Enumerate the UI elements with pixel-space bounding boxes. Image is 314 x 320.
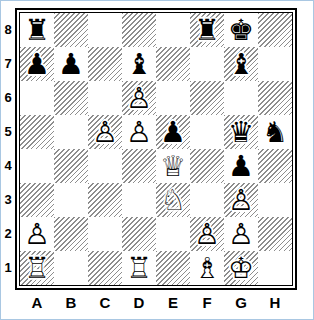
square-b7: ♟ bbox=[54, 47, 88, 81]
square-h4 bbox=[258, 149, 292, 183]
square-b6 bbox=[54, 81, 88, 115]
square-c7 bbox=[88, 47, 122, 81]
square-a7: ♟ bbox=[20, 47, 54, 81]
square-b4 bbox=[54, 149, 88, 183]
square-c3 bbox=[88, 183, 122, 217]
piece-black-pawn: ♟ bbox=[20, 47, 54, 81]
square-a3 bbox=[20, 183, 54, 217]
square-d1: ♖ bbox=[122, 251, 156, 285]
square-f6 bbox=[190, 81, 224, 115]
piece-black-knight: ♞ bbox=[258, 115, 292, 149]
piece-white-pawn: ♙ bbox=[190, 217, 224, 251]
square-a1: ♖ bbox=[20, 251, 54, 285]
rank-label-7: 7 bbox=[1, 47, 15, 81]
square-e6 bbox=[156, 81, 190, 115]
square-b5 bbox=[54, 115, 88, 149]
board-frame: ♜♜♚♟♟♝♝♙♙♙♟♛♞♕♟♘♙♙♙♙♖♖♗♔ bbox=[15, 8, 297, 290]
rank-label-1: 1 bbox=[1, 251, 15, 285]
square-g2: ♙ bbox=[224, 217, 258, 251]
square-e4: ♕ bbox=[156, 149, 190, 183]
square-h8 bbox=[258, 13, 292, 47]
square-h7 bbox=[258, 47, 292, 81]
piece-white-bishop: ♗ bbox=[190, 251, 224, 285]
square-b1 bbox=[54, 251, 88, 285]
square-d4 bbox=[122, 149, 156, 183]
piece-white-pawn: ♙ bbox=[20, 217, 54, 251]
square-a4 bbox=[20, 149, 54, 183]
square-h3 bbox=[258, 183, 292, 217]
square-g6 bbox=[224, 81, 258, 115]
piece-black-queen: ♛ bbox=[224, 115, 258, 149]
square-b2 bbox=[54, 217, 88, 251]
piece-white-pawn: ♙ bbox=[122, 115, 156, 149]
chess-diagram: 87654321 ♜♜♚♟♟♝♝♙♙♙♟♛♞♕♟♘♙♙♙♙♖♖♗♔ ABCDEF… bbox=[0, 0, 314, 320]
piece-black-rook: ♜ bbox=[190, 13, 224, 47]
piece-white-rook: ♖ bbox=[122, 251, 156, 285]
piece-black-rook: ♜ bbox=[20, 13, 54, 47]
chess-board: ♜♜♚♟♟♝♝♙♙♙♟♛♞♕♟♘♙♙♙♙♖♖♗♔ bbox=[19, 12, 293, 286]
square-c1 bbox=[88, 251, 122, 285]
file-label-a: A bbox=[20, 293, 54, 313]
rank-label-8: 8 bbox=[1, 13, 15, 47]
piece-black-pawn: ♟ bbox=[54, 47, 88, 81]
piece-white-pawn: ♙ bbox=[122, 81, 156, 115]
rank-label-5: 5 bbox=[1, 115, 15, 149]
square-d7: ♝ bbox=[122, 47, 156, 81]
piece-black-pawn: ♟ bbox=[224, 149, 258, 183]
square-c5: ♙ bbox=[88, 115, 122, 149]
piece-black-king: ♚ bbox=[224, 13, 258, 47]
piece-black-pawn: ♟ bbox=[156, 115, 190, 149]
square-a2: ♙ bbox=[20, 217, 54, 251]
piece-white-king: ♔ bbox=[224, 251, 258, 285]
square-f3 bbox=[190, 183, 224, 217]
rank-label-4: 4 bbox=[1, 149, 15, 183]
file-label-h: H bbox=[258, 293, 292, 313]
square-f5 bbox=[190, 115, 224, 149]
piece-black-bishop: ♝ bbox=[122, 47, 156, 81]
square-h5: ♞ bbox=[258, 115, 292, 149]
piece-white-pawn: ♙ bbox=[224, 183, 258, 217]
board-with-rank-labels: 87654321 ♜♜♚♟♟♝♝♙♙♙♟♛♞♕♟♘♙♙♙♙♖♖♗♔ bbox=[1, 8, 313, 290]
square-a6 bbox=[20, 81, 54, 115]
square-h1 bbox=[258, 251, 292, 285]
piece-white-rook: ♖ bbox=[20, 251, 54, 285]
rank-label-6: 6 bbox=[1, 81, 15, 115]
square-c6 bbox=[88, 81, 122, 115]
square-c2 bbox=[88, 217, 122, 251]
square-c8 bbox=[88, 13, 122, 47]
square-c4 bbox=[88, 149, 122, 183]
square-g3: ♙ bbox=[224, 183, 258, 217]
square-a8: ♜ bbox=[20, 13, 54, 47]
square-d5: ♙ bbox=[122, 115, 156, 149]
square-b8 bbox=[54, 13, 88, 47]
piece-black-bishop: ♝ bbox=[224, 47, 258, 81]
square-e1 bbox=[156, 251, 190, 285]
square-g8: ♚ bbox=[224, 13, 258, 47]
file-label-g: G bbox=[224, 293, 258, 313]
square-a5 bbox=[20, 115, 54, 149]
file-label-e: E bbox=[156, 293, 190, 313]
piece-white-knight: ♘ bbox=[156, 183, 190, 217]
square-h6 bbox=[258, 81, 292, 115]
square-e8 bbox=[156, 13, 190, 47]
rank-label-2: 2 bbox=[1, 217, 15, 251]
square-e7 bbox=[156, 47, 190, 81]
square-g5: ♛ bbox=[224, 115, 258, 149]
square-e5: ♟ bbox=[156, 115, 190, 149]
piece-white-pawn: ♙ bbox=[88, 115, 122, 149]
square-f1: ♗ bbox=[190, 251, 224, 285]
square-g4: ♟ bbox=[224, 149, 258, 183]
piece-white-queen: ♕ bbox=[156, 149, 190, 183]
square-d2 bbox=[122, 217, 156, 251]
square-f8: ♜ bbox=[190, 13, 224, 47]
square-g7: ♝ bbox=[224, 47, 258, 81]
square-d6: ♙ bbox=[122, 81, 156, 115]
rank-labels: 87654321 bbox=[1, 8, 15, 285]
rank-label-3: 3 bbox=[1, 183, 15, 217]
file-label-b: B bbox=[54, 293, 88, 313]
square-h2 bbox=[258, 217, 292, 251]
square-b3 bbox=[54, 183, 88, 217]
file-label-f: F bbox=[190, 293, 224, 313]
file-label-c: C bbox=[88, 293, 122, 313]
file-label-d: D bbox=[122, 293, 156, 313]
square-d8 bbox=[122, 13, 156, 47]
square-g1: ♔ bbox=[224, 251, 258, 285]
square-f4 bbox=[190, 149, 224, 183]
square-e3: ♘ bbox=[156, 183, 190, 217]
square-f7 bbox=[190, 47, 224, 81]
square-d3 bbox=[122, 183, 156, 217]
file-labels: ABCDEFGH bbox=[20, 293, 313, 313]
piece-white-pawn: ♙ bbox=[224, 217, 258, 251]
square-f2: ♙ bbox=[190, 217, 224, 251]
square-e2 bbox=[156, 217, 190, 251]
